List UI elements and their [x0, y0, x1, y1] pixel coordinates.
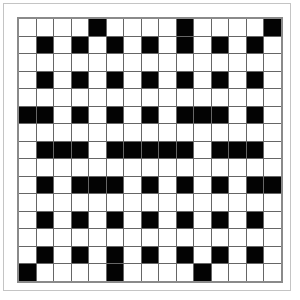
white-cell[interactable]: [124, 89, 141, 106]
white-cell[interactable]: [89, 37, 106, 54]
white-cell[interactable]: [229, 107, 246, 124]
white-cell[interactable]: [247, 54, 264, 71]
white-cell[interactable]: [142, 19, 159, 36]
white-cell[interactable]: [54, 229, 71, 246]
black-block-cell: [247, 212, 264, 229]
white-cell[interactable]: [37, 124, 54, 141]
black-block-cell: [142, 247, 159, 264]
white-cell[interactable]: [264, 212, 281, 229]
black-block-cell: [37, 247, 54, 264]
white-cell[interactable]: [194, 194, 211, 211]
white-cell[interactable]: [229, 54, 246, 71]
white-cell[interactable]: [212, 194, 229, 211]
black-block-cell: [177, 107, 194, 124]
black-block-cell: [107, 264, 124, 281]
white-cell[interactable]: [212, 264, 229, 281]
white-cell[interactable]: [142, 124, 159, 141]
white-cell[interactable]: [89, 107, 106, 124]
white-cell[interactable]: [159, 159, 176, 176]
black-block-cell: [212, 142, 229, 159]
white-cell[interactable]: [247, 89, 264, 106]
white-cell[interactable]: [37, 159, 54, 176]
black-block-cell: [247, 37, 264, 54]
white-cell[interactable]: [37, 264, 54, 281]
white-cell[interactable]: [89, 194, 106, 211]
white-cell[interactable]: [72, 159, 89, 176]
white-cell[interactable]: [247, 194, 264, 211]
black-block-cell: [37, 37, 54, 54]
black-block-cell: [177, 37, 194, 54]
white-cell[interactable]: [37, 54, 54, 71]
white-cell[interactable]: [54, 19, 71, 36]
white-cell[interactable]: [124, 72, 141, 89]
white-cell[interactable]: [124, 159, 141, 176]
white-cell[interactable]: [177, 264, 194, 281]
white-cell[interactable]: [54, 89, 71, 106]
white-cell[interactable]: [247, 19, 264, 36]
black-block-cell: [142, 72, 159, 89]
black-block-cell: [37, 212, 54, 229]
black-block-cell: [247, 142, 264, 159]
white-cell[interactable]: [264, 37, 281, 54]
black-block-cell: [142, 212, 159, 229]
white-cell[interactable]: [19, 19, 36, 36]
white-cell[interactable]: [142, 159, 159, 176]
black-block-cell: [37, 142, 54, 159]
white-cell[interactable]: [177, 54, 194, 71]
white-cell[interactable]: [124, 37, 141, 54]
black-block-cell: [212, 247, 229, 264]
white-cell[interactable]: [212, 124, 229, 141]
white-cell[interactable]: [194, 54, 211, 71]
white-cell[interactable]: [54, 159, 71, 176]
white-cell[interactable]: [264, 264, 281, 281]
white-cell[interactable]: [264, 72, 281, 89]
white-cell[interactable]: [194, 247, 211, 264]
white-cell[interactable]: [19, 142, 36, 159]
white-cell[interactable]: [19, 229, 36, 246]
white-cell[interactable]: [19, 124, 36, 141]
white-cell[interactable]: [229, 194, 246, 211]
white-cell[interactable]: [89, 54, 106, 71]
black-block-cell: [89, 177, 106, 194]
white-cell[interactable]: [54, 194, 71, 211]
white-cell[interactable]: [19, 37, 36, 54]
black-block-cell: [89, 19, 106, 36]
white-cell[interactable]: [142, 194, 159, 211]
white-cell[interactable]: [54, 212, 71, 229]
white-cell[interactable]: [89, 229, 106, 246]
white-cell[interactable]: [264, 124, 281, 141]
white-cell[interactable]: [72, 264, 89, 281]
white-cell[interactable]: [72, 229, 89, 246]
white-cell[interactable]: [89, 159, 106, 176]
white-cell[interactable]: [264, 159, 281, 176]
black-block-cell: [54, 142, 71, 159]
white-cell[interactable]: [177, 89, 194, 106]
white-cell[interactable]: [229, 37, 246, 54]
white-cell[interactable]: [264, 247, 281, 264]
white-cell[interactable]: [124, 107, 141, 124]
white-cell[interactable]: [142, 89, 159, 106]
white-cell[interactable]: [229, 124, 246, 141]
white-cell[interactable]: [194, 37, 211, 54]
white-cell[interactable]: [89, 212, 106, 229]
white-cell[interactable]: [19, 212, 36, 229]
white-cell[interactable]: [159, 212, 176, 229]
white-cell[interactable]: [54, 177, 71, 194]
white-cell[interactable]: [247, 264, 264, 281]
black-block-cell: [177, 19, 194, 36]
white-cell[interactable]: [159, 89, 176, 106]
white-cell[interactable]: [89, 72, 106, 89]
black-block-cell: [212, 72, 229, 89]
white-cell[interactable]: [124, 229, 141, 246]
white-cell[interactable]: [124, 177, 141, 194]
white-cell[interactable]: [107, 229, 124, 246]
black-block-cell: [194, 264, 211, 281]
black-block-cell: [142, 37, 159, 54]
white-cell[interactable]: [212, 54, 229, 71]
white-cell[interactable]: [247, 159, 264, 176]
white-cell[interactable]: [19, 72, 36, 89]
white-cell[interactable]: [264, 194, 281, 211]
black-block-cell: [107, 37, 124, 54]
black-block-cell: [247, 107, 264, 124]
black-block-cell: [19, 107, 36, 124]
white-cell[interactable]: [37, 89, 54, 106]
black-block-cell: [177, 72, 194, 89]
white-cell[interactable]: [72, 19, 89, 36]
white-cell[interactable]: [159, 107, 176, 124]
black-block-cell: [177, 177, 194, 194]
white-cell[interactable]: [159, 19, 176, 36]
white-cell[interactable]: [159, 72, 176, 89]
white-cell[interactable]: [72, 54, 89, 71]
black-block-cell: [177, 247, 194, 264]
white-cell[interactable]: [194, 212, 211, 229]
white-cell[interactable]: [107, 124, 124, 141]
white-cell[interactable]: [159, 264, 176, 281]
black-block-cell: [19, 264, 36, 281]
white-cell[interactable]: [124, 247, 141, 264]
white-cell[interactable]: [124, 124, 141, 141]
white-cell[interactable]: [89, 247, 106, 264]
white-cell[interactable]: [107, 89, 124, 106]
white-cell[interactable]: [19, 54, 36, 71]
white-cell[interactable]: [194, 124, 211, 141]
white-cell[interactable]: [124, 19, 141, 36]
white-cell[interactable]: [212, 19, 229, 36]
white-cell[interactable]: [159, 247, 176, 264]
black-block-cell: [72, 72, 89, 89]
black-block-cell: [159, 142, 176, 159]
black-block-cell: [107, 107, 124, 124]
white-cell[interactable]: [19, 247, 36, 264]
crossword-grid-screenshot: { "game": "crossword", "puzzle_type": "b…: [0, 0, 300, 300]
white-cell[interactable]: [37, 194, 54, 211]
black-block-cell: [72, 177, 89, 194]
black-block-cell: [212, 177, 229, 194]
white-cell[interactable]: [229, 212, 246, 229]
white-cell[interactable]: [54, 247, 71, 264]
black-block-cell: [72, 247, 89, 264]
black-block-cell: [37, 177, 54, 194]
black-block-cell: [142, 107, 159, 124]
white-cell[interactable]: [159, 54, 176, 71]
white-cell[interactable]: [194, 19, 211, 36]
white-cell[interactable]: [264, 229, 281, 246]
black-block-cell: [194, 107, 211, 124]
white-cell[interactable]: [107, 54, 124, 71]
black-block-cell: [37, 107, 54, 124]
white-cell[interactable]: [194, 159, 211, 176]
white-cell[interactable]: [124, 54, 141, 71]
white-cell[interactable]: [264, 89, 281, 106]
white-cell[interactable]: [19, 177, 36, 194]
white-cell[interactable]: [89, 124, 106, 141]
black-block-cell: [72, 142, 89, 159]
white-cell[interactable]: [54, 72, 71, 89]
white-cell[interactable]: [89, 142, 106, 159]
black-block-cell: [264, 177, 281, 194]
black-block-cell: [124, 142, 141, 159]
white-cell[interactable]: [159, 124, 176, 141]
white-cell[interactable]: [72, 89, 89, 106]
white-cell[interactable]: [194, 177, 211, 194]
black-block-cell: [107, 212, 124, 229]
black-block-cell: [229, 142, 246, 159]
white-cell[interactable]: [212, 159, 229, 176]
black-block-cell: [142, 177, 159, 194]
black-block-cell: [247, 72, 264, 89]
white-cell[interactable]: [54, 107, 71, 124]
black-block-cell: [212, 212, 229, 229]
white-cell[interactable]: [72, 194, 89, 211]
white-cell[interactable]: [264, 142, 281, 159]
black-block-cell: [177, 142, 194, 159]
white-cell[interactable]: [159, 229, 176, 246]
white-cell[interactable]: [159, 37, 176, 54]
white-cell[interactable]: [229, 72, 246, 89]
white-cell[interactable]: [264, 54, 281, 71]
white-cell[interactable]: [229, 177, 246, 194]
white-cell[interactable]: [177, 229, 194, 246]
white-cell[interactable]: [142, 54, 159, 71]
white-cell[interactable]: [159, 194, 176, 211]
white-cell[interactable]: [229, 264, 246, 281]
black-block-cell: [37, 72, 54, 89]
white-cell[interactable]: [194, 229, 211, 246]
white-cell[interactable]: [107, 194, 124, 211]
black-block-cell: [142, 142, 159, 159]
white-cell[interactable]: [229, 229, 246, 246]
white-cell[interactable]: [177, 159, 194, 176]
crossword-grid: [17, 17, 283, 283]
white-cell[interactable]: [142, 229, 159, 246]
white-cell[interactable]: [159, 177, 176, 194]
white-cell[interactable]: [54, 37, 71, 54]
black-block-cell: [247, 177, 264, 194]
black-block-cell: [72, 37, 89, 54]
black-block-cell: [247, 247, 264, 264]
white-cell[interactable]: [142, 264, 159, 281]
white-cell[interactable]: [229, 159, 246, 176]
white-cell[interactable]: [37, 229, 54, 246]
black-block-cell: [72, 107, 89, 124]
white-cell[interactable]: [19, 194, 36, 211]
black-block-cell: [107, 177, 124, 194]
white-cell[interactable]: [229, 89, 246, 106]
white-cell[interactable]: [72, 124, 89, 141]
white-cell[interactable]: [54, 264, 71, 281]
white-cell[interactable]: [177, 194, 194, 211]
white-cell[interactable]: [194, 72, 211, 89]
white-cell[interactable]: [194, 89, 211, 106]
white-cell[interactable]: [229, 19, 246, 36]
white-cell[interactable]: [107, 159, 124, 176]
white-cell[interactable]: [37, 19, 54, 36]
white-cell[interactable]: [177, 124, 194, 141]
white-cell[interactable]: [124, 212, 141, 229]
white-cell[interactable]: [54, 124, 71, 141]
black-block-cell: [264, 19, 281, 36]
white-cell[interactable]: [19, 159, 36, 176]
white-cell[interactable]: [229, 247, 246, 264]
white-cell[interactable]: [247, 229, 264, 246]
black-block-cell: [107, 142, 124, 159]
black-block-cell: [212, 107, 229, 124]
white-cell[interactable]: [124, 194, 141, 211]
white-cell[interactable]: [247, 124, 264, 141]
black-block-cell: [212, 37, 229, 54]
white-cell[interactable]: [89, 89, 106, 106]
white-cell[interactable]: [89, 264, 106, 281]
black-block-cell: [107, 72, 124, 89]
white-cell[interactable]: [212, 89, 229, 106]
black-block-cell: [72, 212, 89, 229]
black-block-cell: [107, 247, 124, 264]
white-cell[interactable]: [124, 264, 141, 281]
white-cell[interactable]: [264, 107, 281, 124]
white-cell[interactable]: [107, 19, 124, 36]
white-cell[interactable]: [19, 89, 36, 106]
black-block-cell: [177, 212, 194, 229]
white-cell[interactable]: [212, 229, 229, 246]
white-cell[interactable]: [194, 142, 211, 159]
white-cell[interactable]: [54, 54, 71, 71]
